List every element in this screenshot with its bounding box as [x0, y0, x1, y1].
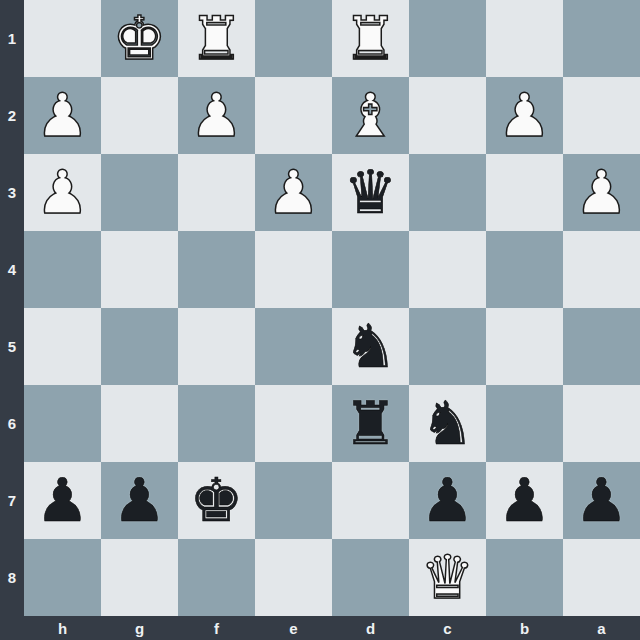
square-a2[interactable]: [563, 77, 640, 154]
square-b2[interactable]: ♟: [486, 77, 563, 154]
piece-black-pawn-h7[interactable]: ♟: [36, 462, 90, 539]
file-labels: hgfedcba: [24, 616, 640, 640]
square-e3[interactable]: ♟: [255, 154, 332, 231]
square-c6[interactable]: ♞: [409, 385, 486, 462]
rank-label-5: 5: [0, 308, 24, 385]
file-label-d: d: [332, 616, 409, 640]
square-f6[interactable]: [178, 385, 255, 462]
square-a4[interactable]: [563, 231, 640, 308]
square-b4[interactable]: [486, 231, 563, 308]
square-g3[interactable]: [101, 154, 178, 231]
square-h4[interactable]: [24, 231, 101, 308]
square-g5[interactable]: [101, 308, 178, 385]
square-e2[interactable]: [255, 77, 332, 154]
square-h3[interactable]: ♟: [24, 154, 101, 231]
square-d1[interactable]: ♜: [332, 0, 409, 77]
square-a6[interactable]: [563, 385, 640, 462]
square-d3[interactable]: ♛: [332, 154, 409, 231]
square-a7[interactable]: ♟: [563, 462, 640, 539]
square-b7[interactable]: ♟: [486, 462, 563, 539]
file-label-f: f: [178, 616, 255, 640]
square-b1[interactable]: [486, 0, 563, 77]
square-b8[interactable]: [486, 539, 563, 616]
piece-black-queen-d3[interactable]: ♛: [344, 154, 398, 231]
piece-white-pawn-e3[interactable]: ♟: [267, 154, 321, 231]
square-g8[interactable]: [101, 539, 178, 616]
square-f7[interactable]: ♚: [178, 462, 255, 539]
file-label-b: b: [486, 616, 563, 640]
rank-label-4: 4: [0, 231, 24, 308]
square-e8[interactable]: [255, 539, 332, 616]
square-h6[interactable]: [24, 385, 101, 462]
rank-label-8: 8: [0, 539, 24, 616]
square-e6[interactable]: [255, 385, 332, 462]
square-d7[interactable]: [332, 462, 409, 539]
square-f4[interactable]: [178, 231, 255, 308]
square-g6[interactable]: [101, 385, 178, 462]
square-c3[interactable]: [409, 154, 486, 231]
square-g4[interactable]: [101, 231, 178, 308]
rank-label-2: 2: [0, 77, 24, 154]
piece-white-king-g1[interactable]: ♚: [113, 0, 167, 77]
square-f1[interactable]: ♜: [178, 0, 255, 77]
square-c4[interactable]: [409, 231, 486, 308]
square-f3[interactable]: [178, 154, 255, 231]
piece-white-pawn-a3[interactable]: ♟: [575, 154, 629, 231]
piece-black-knight-d5[interactable]: ♞: [344, 308, 398, 385]
square-f8[interactable]: [178, 539, 255, 616]
square-h7[interactable]: ♟: [24, 462, 101, 539]
piece-white-rook-d1[interactable]: ♜: [344, 0, 398, 77]
square-c2[interactable]: [409, 77, 486, 154]
chess-board: ♚♜♜♟♟♝♟♟♟♛♟♞♜♞♟♟♚♟♟♟♛: [24, 0, 640, 616]
square-h5[interactable]: [24, 308, 101, 385]
square-g2[interactable]: [101, 77, 178, 154]
piece-black-king-f7[interactable]: ♚: [190, 462, 244, 539]
square-h2[interactable]: ♟: [24, 77, 101, 154]
square-f2[interactable]: ♟: [178, 77, 255, 154]
square-c8[interactable]: ♛: [409, 539, 486, 616]
rank-label-3: 3: [0, 154, 24, 231]
piece-white-bishop-d2[interactable]: ♝: [344, 77, 398, 154]
square-d2[interactable]: ♝: [332, 77, 409, 154]
square-e1[interactable]: [255, 0, 332, 77]
piece-white-rook-f1[interactable]: ♜: [190, 0, 244, 77]
file-label-a: a: [563, 616, 640, 640]
rank-label-7: 7: [0, 462, 24, 539]
square-h1[interactable]: [24, 0, 101, 77]
square-a1[interactable]: [563, 0, 640, 77]
piece-black-pawn-c7[interactable]: ♟: [421, 462, 475, 539]
piece-white-pawn-h3[interactable]: ♟: [36, 154, 90, 231]
file-label-e: e: [255, 616, 332, 640]
piece-black-knight-c6[interactable]: ♞: [421, 385, 475, 462]
piece-black-pawn-g7[interactable]: ♟: [113, 462, 167, 539]
piece-black-pawn-a7[interactable]: ♟: [575, 462, 629, 539]
file-label-g: g: [101, 616, 178, 640]
piece-white-queen-c8[interactable]: ♛: [421, 539, 475, 616]
square-d6[interactable]: ♜: [332, 385, 409, 462]
square-g1[interactable]: ♚: [101, 0, 178, 77]
square-h8[interactable]: [24, 539, 101, 616]
square-b5[interactable]: [486, 308, 563, 385]
square-b6[interactable]: [486, 385, 563, 462]
square-d8[interactable]: [332, 539, 409, 616]
rank-label-6: 6: [0, 385, 24, 462]
square-e7[interactable]: [255, 462, 332, 539]
rank-labels: 12345678: [0, 0, 24, 616]
piece-white-pawn-b2[interactable]: ♟: [498, 77, 552, 154]
piece-white-pawn-h2[interactable]: ♟: [36, 77, 90, 154]
square-c1[interactable]: [409, 0, 486, 77]
square-a3[interactable]: ♟: [563, 154, 640, 231]
square-b3[interactable]: [486, 154, 563, 231]
square-e5[interactable]: [255, 308, 332, 385]
square-a8[interactable]: [563, 539, 640, 616]
square-a5[interactable]: [563, 308, 640, 385]
piece-black-rook-d6[interactable]: ♜: [344, 385, 398, 462]
square-d4[interactable]: [332, 231, 409, 308]
piece-white-pawn-f2[interactable]: ♟: [190, 77, 244, 154]
square-e4[interactable]: [255, 231, 332, 308]
square-f5[interactable]: [178, 308, 255, 385]
square-g7[interactable]: ♟: [101, 462, 178, 539]
square-d5[interactable]: ♞: [332, 308, 409, 385]
file-label-h: h: [24, 616, 101, 640]
square-c5[interactable]: [409, 308, 486, 385]
square-c7[interactable]: ♟: [409, 462, 486, 539]
file-label-c: c: [409, 616, 486, 640]
piece-black-pawn-b7[interactable]: ♟: [498, 462, 552, 539]
rank-label-1: 1: [0, 0, 24, 77]
